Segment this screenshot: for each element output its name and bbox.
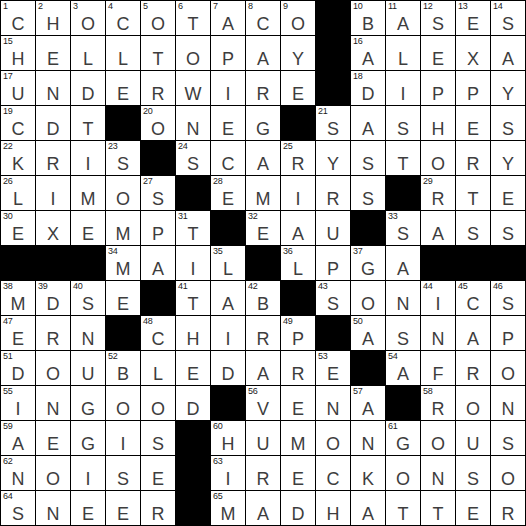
black-square [176,456,210,490]
cell-letter: B [362,15,374,33]
cell-letter: S [502,120,514,138]
clue-number: 58 [423,386,432,397]
cell-letter: N [187,120,200,138]
letter-cell[interactable]: G [71,386,105,420]
cell-letter: Y [502,85,514,103]
cell-letter: H [327,505,340,523]
letter-cell[interactable]: A [421,211,455,245]
letter-cell[interactable]: D [281,491,315,525]
black-square [351,211,385,245]
letter-cell[interactable]: T [386,491,420,525]
cell-letter: R [292,155,305,173]
letter-cell[interactable]: 28E [211,176,245,210]
clue-number: 13 [458,1,467,12]
cell-letter: A [397,365,409,383]
letter-cell[interactable]: 47E [1,316,35,350]
letter-cell[interactable]: Y [491,141,525,175]
cell-letter: E [467,120,479,138]
letter-cell[interactable]: 39D [36,281,70,315]
letter-cell[interactable]: U [246,421,280,455]
letter-cell[interactable]: P [456,71,490,105]
letter-cell[interactable]: 31T [176,211,210,245]
letter-cell[interactable]: H [176,316,210,350]
clue-number: 55 [3,386,12,397]
cell-letter: I [190,260,195,278]
letter-cell[interactable]: A [281,211,315,245]
cell-letter: P [467,85,479,103]
black-square [211,386,245,420]
letter-cell[interactable]: R [316,176,350,210]
clue-number: 19 [3,106,12,117]
cell-letter: O [116,400,130,418]
letter-cell[interactable]: 17U [1,71,35,105]
letter-cell[interactable]: 35L [211,246,245,280]
letter-cell[interactable]: E [456,491,490,525]
letter-cell[interactable]: 14S [491,1,525,35]
letter-cell[interactable]: E [71,211,105,245]
letter-cell[interactable]: A [351,106,385,140]
letter-cell[interactable]: 45C [456,281,490,315]
letter-cell[interactable]: U [71,351,105,385]
cell-letter: C [222,155,235,173]
letter-cell[interactable]: 44I [421,281,455,315]
clue-number: 1 [3,1,8,12]
clue-number: 34 [108,246,117,257]
letter-cell[interactable]: A [491,36,525,70]
letter-cell[interactable]: 38M [1,281,35,315]
cell-letter: P [432,85,444,103]
letter-cell[interactable]: 42B [246,281,280,315]
letter-cell[interactable]: R [141,491,175,525]
letter-cell[interactable]: N [421,456,455,490]
letter-cell[interactable]: E [456,106,490,140]
letter-cell[interactable]: 23S [106,141,140,175]
letter-cell[interactable]: N [36,491,70,525]
cell-letter: D [12,365,25,383]
cell-letter: R [327,190,340,208]
letter-cell[interactable]: O [421,141,455,175]
clue-number: 57 [353,386,362,397]
letter-cell[interactable]: 48C [141,316,175,350]
cell-letter: D [292,505,305,523]
letter-cell[interactable]: 1C [1,1,35,35]
letter-cell[interactable]: O [36,456,70,490]
letter-cell[interactable]: 6T [176,1,210,35]
letter-cell[interactable]: 3O [71,1,105,35]
letter-cell[interactable]: 32E [246,211,280,245]
letter-cell[interactable]: 5O [141,1,175,35]
cell-letter: I [15,400,20,418]
letter-cell[interactable]: 7A [211,1,245,35]
letter-cell[interactable]: N [386,281,420,315]
letter-cell[interactable]: 60H [211,421,245,455]
cell-letter: E [292,470,304,488]
letter-cell[interactable]: H [421,106,455,140]
letter-cell[interactable]: D [36,106,70,140]
letter-cell[interactable]: N [351,421,385,455]
letter-cell[interactable]: I [71,456,105,490]
black-square [211,211,245,245]
letter-cell[interactable]: 53E [316,351,350,385]
clue-number: 6 [178,1,183,12]
clue-number: 30 [3,211,12,222]
letter-cell[interactable]: K [351,456,385,490]
cell-letter: E [117,505,129,523]
clue-number: 64 [3,491,12,502]
letter-cell[interactable]: H [316,491,350,525]
letter-cell[interactable]: A [456,316,490,350]
cell-letter: M [81,190,96,208]
letter-cell[interactable]: O [316,421,350,455]
cell-letter: T [433,505,444,523]
cell-letter: C [467,295,480,313]
cell-letter: R [502,505,515,523]
black-square [316,71,350,105]
letter-cell[interactable]: S [106,456,140,490]
letter-cell[interactable]: R [246,316,280,350]
letter-cell[interactable]: 2H [36,1,70,35]
letter-cell[interactable]: 9O [281,1,315,35]
cell-letter: K [362,470,374,488]
clue-number: 61 [388,421,397,432]
letter-cell[interactable]: C [211,141,245,175]
cell-letter: R [47,155,60,173]
letter-cell[interactable]: 49P [281,316,315,350]
cell-letter: I [295,190,300,208]
letter-cell[interactable]: R [456,351,490,385]
clue-number: 35 [213,246,222,257]
cell-letter: U [327,225,340,243]
letter-cell[interactable]: O [176,36,210,70]
letter-cell[interactable]: I [281,176,315,210]
clue-number: 39 [38,281,47,292]
black-square [386,176,420,210]
letter-cell[interactable]: P [316,246,350,280]
letter-cell[interactable]: 24S [176,141,210,175]
letter-cell[interactable]: 10B [351,1,385,35]
letter-cell[interactable]: 37G [351,246,385,280]
letter-cell[interactable]: 50A [351,316,385,350]
letter-cell[interactable]: N [36,386,70,420]
cell-letter: I [85,470,90,488]
letter-cell[interactable]: L [71,36,105,70]
letter-cell[interactable]: S [456,456,490,490]
letter-cell[interactable]: 26L [1,176,35,210]
letter-cell[interactable]: D [211,351,245,385]
letter-cell[interactable]: O [106,176,140,210]
letter-cell[interactable]: R [281,351,315,385]
letter-cell[interactable]: S [491,421,525,455]
clue-number: 2 [38,1,43,12]
letter-cell[interactable]: O [106,386,140,420]
letter-cell[interactable]: G [71,421,105,455]
letter-cell[interactable]: 13E [456,1,490,35]
letter-cell[interactable]: 40S [71,281,105,315]
letter-cell[interactable]: N [176,106,210,140]
letter-cell[interactable]: O [421,421,455,455]
letter-cell[interactable]: E [106,491,140,525]
cell-letter: N [47,85,60,103]
letter-cell[interactable]: Y [491,71,525,105]
letter-cell[interactable]: 19C [1,106,35,140]
letter-cell[interactable]: S [141,421,175,455]
letter-cell[interactable]: A [246,36,280,70]
cell-letter: T [188,15,199,33]
letter-cell[interactable]: S [386,316,420,350]
cell-letter: A [257,155,269,173]
cell-letter: A [362,120,374,138]
letter-cell[interactable]: 58R [421,386,455,420]
letter-cell[interactable]: U [456,421,490,455]
cell-letter: D [47,295,60,313]
letter-cell[interactable]: O [456,386,490,420]
cell-letter: A [257,365,269,383]
letter-cell[interactable]: O [491,456,525,490]
letter-cell[interactable]: E [211,106,245,140]
letter-cell[interactable]: I [176,246,210,280]
letter-cell[interactable]: I [36,176,70,210]
letter-cell[interactable]: 56V [246,386,280,420]
letter-cell[interactable]: 51D [1,351,35,385]
cell-letter: O [396,470,410,488]
letter-cell[interactable]: A [386,246,420,280]
letter-cell[interactable]: I [211,316,245,350]
letter-cell[interactable]: 4C [106,1,140,35]
letter-cell[interactable]: I [106,421,140,455]
letter-cell[interactable]: E [141,456,175,490]
letter-cell[interactable]: N [316,386,350,420]
letter-cell[interactable]: R [246,456,280,490]
letter-cell[interactable]: 52B [106,351,140,385]
letter-cell[interactable]: R [491,491,525,525]
cell-letter: A [362,400,374,418]
letter-cell[interactable]: 64S [1,491,35,525]
cell-letter: S [467,225,479,243]
letter-cell[interactable]: 46S [491,281,525,315]
letter-cell[interactable]: 27S [141,176,175,210]
cell-letter: H [12,50,25,68]
cell-letter: N [327,400,340,418]
letter-cell[interactable]: 22K [1,141,35,175]
letter-cell[interactable]: O [491,351,525,385]
cell-letter: R [47,330,60,348]
letter-cell[interactable]: N [36,71,70,105]
letter-cell[interactable]: 43S [316,281,350,315]
letter-cell[interactable]: L [141,351,175,385]
cell-letter: E [222,120,234,138]
letter-cell[interactable]: F [421,351,455,385]
letter-cell[interactable]: A [211,281,245,315]
letter-cell[interactable]: E [491,176,525,210]
black-square [316,1,350,35]
letter-cell[interactable]: 63I [211,456,245,490]
letter-cell[interactable]: P [421,71,455,105]
cell-letter: X [467,50,479,68]
letter-cell[interactable]: A [141,246,175,280]
letter-cell[interactable]: T [141,36,175,70]
cell-letter: R [432,190,445,208]
black-square [176,421,210,455]
letter-cell[interactable]: S [351,176,385,210]
letter-cell[interactable]: O [351,281,385,315]
letter-cell[interactable]: R [246,71,280,105]
cell-letter: N [432,470,445,488]
letter-cell[interactable]: 57A [351,386,385,420]
letter-cell[interactable]: M [71,176,105,210]
cell-letter: U [467,435,480,453]
letter-cell[interactable]: E [36,36,70,70]
letter-cell[interactable]: P [211,36,245,70]
letter-cell[interactable]: M [281,421,315,455]
letter-cell[interactable]: 8C [246,1,280,35]
letter-cell[interactable]: E [71,491,105,525]
letter-cell[interactable]: 18D [351,71,385,105]
cell-letter: N [502,400,515,418]
letter-cell[interactable]: 34M [106,246,140,280]
clue-number: 59 [3,421,12,432]
letter-cell[interactable]: S [351,141,385,175]
cell-letter: E [467,15,479,33]
letter-cell[interactable]: E [281,71,315,105]
letter-cell[interactable]: A [246,141,280,175]
letter-cell[interactable]: D [71,71,105,105]
black-square [316,316,350,350]
cell-letter: F [433,365,444,383]
letter-cell[interactable]: M [246,176,280,210]
letter-cell[interactable]: I [386,71,420,105]
cell-letter: O [46,365,60,383]
letter-cell[interactable]: 21S [316,106,350,140]
letter-cell[interactable]: W [176,71,210,105]
letter-cell[interactable]: 61G [386,421,420,455]
letter-cell[interactable]: R [456,141,490,175]
letter-cell[interactable]: 30E [1,211,35,245]
clue-number: 51 [3,351,12,362]
clue-number: 63 [213,456,222,467]
letter-cell[interactable]: 54A [386,351,420,385]
cell-letter: N [432,330,445,348]
letter-cell[interactable]: C [316,456,350,490]
letter-cell[interactable]: S [386,106,420,140]
letter-cell[interactable]: P [491,316,525,350]
letter-cell[interactable]: U [316,211,350,245]
letter-cell[interactable]: 11A [386,1,420,35]
cell-letter: M [221,505,236,523]
letter-cell[interactable]: 62N [1,456,35,490]
cell-letter: M [291,435,306,453]
cell-letter: M [256,190,271,208]
letter-cell[interactable]: X [456,36,490,70]
cell-letter: E [292,400,304,418]
letter-cell[interactable]: A [246,351,280,385]
black-square [316,36,350,70]
cell-letter: E [47,50,59,68]
letter-cell[interactable]: A [246,491,280,525]
letter-cell[interactable]: S [491,211,525,245]
cell-letter: O [431,435,445,453]
cell-letter: R [257,330,270,348]
letter-cell[interactable]: O [36,351,70,385]
cell-letter: X [47,225,59,243]
cell-letter: A [257,50,269,68]
letter-cell[interactable]: S [491,106,525,140]
clue-number: 29 [423,176,432,187]
letter-cell[interactable]: 36L [281,246,315,280]
letter-cell[interactable]: E [281,456,315,490]
cell-letter: O [501,470,515,488]
letter-cell[interactable]: R [36,316,70,350]
letter-cell[interactable]: N [421,316,455,350]
letter-cell[interactable]: I [211,71,245,105]
cell-letter: I [50,190,55,208]
letter-cell[interactable]: E [421,36,455,70]
cell-letter: C [327,470,340,488]
letter-cell[interactable]: Y [316,141,350,175]
crossword-grid: 1C2H3O4C5O6T7A8C9O10B11A12S13E14S15HELLT… [0,0,526,526]
letter-cell[interactable]: 15H [1,36,35,70]
letter-cell[interactable]: 55I [1,386,35,420]
letter-cell[interactable]: E [281,386,315,420]
letter-cell[interactable]: X [36,211,70,245]
letter-cell[interactable]: M [106,211,140,245]
letter-cell[interactable]: 65M [211,491,245,525]
letter-cell[interactable]: L [106,36,140,70]
letter-cell[interactable]: T [456,176,490,210]
letter-cell[interactable]: O [386,456,420,490]
letter-cell[interactable]: R [36,141,70,175]
letter-cell[interactable]: 41T [176,281,210,315]
letter-cell[interactable]: S [456,211,490,245]
cell-letter: P [327,260,339,278]
letter-cell[interactable]: 59A [1,421,35,455]
cell-letter: L [153,365,163,383]
letter-cell[interactable]: 12S [421,1,455,35]
letter-cell[interactable]: 20O [141,106,175,140]
letter-cell[interactable]: T [386,141,420,175]
letter-cell[interactable]: T [421,491,455,525]
cell-letter: S [12,505,24,523]
cell-letter: R [257,470,270,488]
letter-cell[interactable]: 29R [421,176,455,210]
letter-cell[interactable]: G [246,106,280,140]
letter-cell[interactable]: 25R [281,141,315,175]
letter-cell[interactable]: L [386,36,420,70]
black-square [491,246,525,280]
letter-cell[interactable]: R [141,71,175,105]
letter-cell[interactable]: 16A [351,36,385,70]
black-square [421,246,455,280]
letter-cell[interactable]: E [106,281,140,315]
letter-cell[interactable]: P [141,211,175,245]
clue-number: 8 [248,1,253,12]
letter-cell[interactable]: Y [281,36,315,70]
letter-cell[interactable]: E [106,71,140,105]
letter-cell[interactable]: I [71,141,105,175]
letter-cell[interactable]: E [36,421,70,455]
letter-cell[interactable]: 33S [386,211,420,245]
clue-number: 41 [178,281,187,292]
cell-letter: E [292,85,304,103]
letter-cell[interactable]: D [176,386,210,420]
letter-cell[interactable]: T [71,106,105,140]
letter-cell[interactable]: E [176,351,210,385]
letter-cell[interactable]: N [71,316,105,350]
letter-cell[interactable]: O [141,386,175,420]
cell-letter: Y [327,155,339,173]
letter-cell[interactable]: N [491,386,525,420]
letter-cell[interactable]: A [351,491,385,525]
clue-number: 33 [388,211,397,222]
